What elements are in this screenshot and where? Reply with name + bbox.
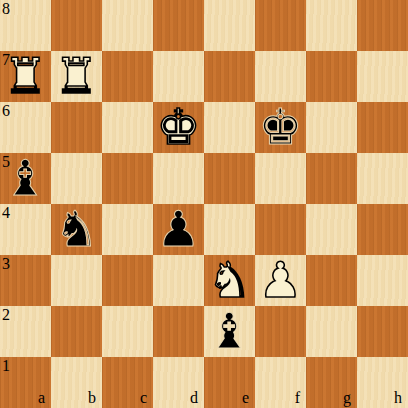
square-b1[interactable]: b — [51, 357, 102, 408]
rank-label-8: 8 — [2, 1, 10, 17]
square-b6[interactable] — [51, 102, 102, 153]
square-g6[interactable] — [306, 102, 357, 153]
piece-black-pawn-d4[interactable]: ♟ — [153, 204, 204, 255]
square-c2[interactable] — [102, 306, 153, 357]
square-g5[interactable] — [306, 153, 357, 204]
square-c6[interactable] — [102, 102, 153, 153]
square-h4[interactable] — [357, 204, 408, 255]
square-e3[interactable]: ♞ — [204, 255, 255, 306]
square-f4[interactable] — [255, 204, 306, 255]
rank-label-4: 4 — [2, 205, 10, 221]
square-e4[interactable] — [204, 204, 255, 255]
piece-black-bishop-e2[interactable]: ♝ — [204, 306, 255, 357]
square-a6[interactable]: 6 — [0, 102, 51, 153]
piece-black-king-f6[interactable]: ♚ — [255, 102, 306, 153]
square-f3[interactable]: ♟ — [255, 255, 306, 306]
file-label-g: g — [343, 390, 351, 406]
square-c7[interactable] — [102, 51, 153, 102]
square-f6[interactable]: ♚ — [255, 102, 306, 153]
square-g3[interactable] — [306, 255, 357, 306]
square-d2[interactable] — [153, 306, 204, 357]
square-e5[interactable] — [204, 153, 255, 204]
file-label-d: d — [190, 390, 198, 406]
file-label-a: a — [38, 390, 45, 406]
square-e1[interactable]: e — [204, 357, 255, 408]
square-f2[interactable] — [255, 306, 306, 357]
square-b4[interactable]: ♞ — [51, 204, 102, 255]
square-e6[interactable] — [204, 102, 255, 153]
piece-white-king-d6[interactable]: ♚ — [153, 102, 204, 153]
square-f8[interactable] — [255, 0, 306, 51]
square-h8[interactable] — [357, 0, 408, 51]
square-c3[interactable] — [102, 255, 153, 306]
square-g8[interactable] — [306, 0, 357, 51]
piece-black-bishop-a5[interactable]: ♝ — [0, 153, 51, 204]
square-g7[interactable] — [306, 51, 357, 102]
square-d4[interactable]: ♟ — [153, 204, 204, 255]
square-h1[interactable]: h — [357, 357, 408, 408]
rank-label-3: 3 — [2, 256, 10, 272]
square-c4[interactable] — [102, 204, 153, 255]
square-f1[interactable]: f — [255, 357, 306, 408]
file-label-b: b — [88, 390, 96, 406]
square-h6[interactable] — [357, 102, 408, 153]
file-label-f: f — [295, 390, 300, 406]
square-g1[interactable]: g — [306, 357, 357, 408]
square-h3[interactable] — [357, 255, 408, 306]
square-d5[interactable] — [153, 153, 204, 204]
square-a2[interactable]: 2 — [0, 306, 51, 357]
square-a4[interactable]: 4 — [0, 204, 51, 255]
piece-black-knight-b4[interactable]: ♞ — [51, 204, 102, 255]
square-c8[interactable] — [102, 0, 153, 51]
square-b8[interactable] — [51, 0, 102, 51]
rank-label-1: 1 — [2, 358, 10, 374]
piece-white-rook-b7[interactable]: ♜ — [51, 51, 102, 102]
square-g4[interactable] — [306, 204, 357, 255]
square-h5[interactable] — [357, 153, 408, 204]
square-e2[interactable]: ♝ — [204, 306, 255, 357]
square-h2[interactable] — [357, 306, 408, 357]
rank-label-6: 6 — [2, 103, 10, 119]
square-f7[interactable] — [255, 51, 306, 102]
file-label-h: h — [394, 390, 402, 406]
square-b2[interactable] — [51, 306, 102, 357]
square-a3[interactable]: 3 — [0, 255, 51, 306]
rank-label-2: 2 — [2, 307, 10, 323]
square-g2[interactable] — [306, 306, 357, 357]
square-e7[interactable] — [204, 51, 255, 102]
square-d1[interactable]: d — [153, 357, 204, 408]
square-d6[interactable]: ♚ — [153, 102, 204, 153]
square-a1[interactable]: 1a — [0, 357, 51, 408]
square-d8[interactable] — [153, 0, 204, 51]
piece-white-knight-e3[interactable]: ♞ — [204, 255, 255, 306]
square-b5[interactable] — [51, 153, 102, 204]
square-b7[interactable]: ♜ — [51, 51, 102, 102]
square-h7[interactable] — [357, 51, 408, 102]
file-label-c: c — [140, 390, 147, 406]
square-b3[interactable] — [51, 255, 102, 306]
square-a8[interactable]: 8 — [0, 0, 51, 51]
square-a5[interactable]: 5♝ — [0, 153, 51, 204]
file-label-e: e — [242, 390, 249, 406]
square-c5[interactable] — [102, 153, 153, 204]
square-c1[interactable]: c — [102, 357, 153, 408]
square-f5[interactable] — [255, 153, 306, 204]
square-e8[interactable] — [204, 0, 255, 51]
square-d7[interactable] — [153, 51, 204, 102]
piece-white-pawn-f3[interactable]: ♟ — [255, 255, 306, 306]
chess-board: 87♜♜6♚♚5♝4♞♟3♞♟2♝1abcdefgh — [0, 0, 408, 408]
square-a7[interactable]: 7♜ — [0, 51, 51, 102]
piece-white-rook-a7[interactable]: ♜ — [0, 51, 51, 102]
square-d3[interactable] — [153, 255, 204, 306]
